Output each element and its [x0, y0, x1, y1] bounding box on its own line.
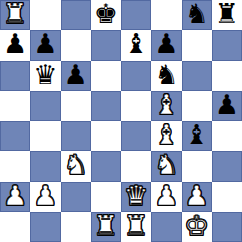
square-h3[interactable] [212, 151, 242, 181]
square-a8[interactable]: ♜ [0, 0, 30, 30]
white-knight-piece[interactable]: ♞ [64, 151, 88, 180]
square-g8[interactable]: ♞ [182, 0, 212, 30]
square-b4[interactable] [30, 121, 60, 151]
square-e8[interactable] [121, 0, 151, 30]
square-c7[interactable] [61, 30, 91, 60]
square-f6[interactable]: ♞ [151, 61, 181, 91]
square-d2[interactable] [91, 182, 121, 212]
square-h2[interactable] [212, 182, 242, 212]
white-pawn-piece[interactable]: ♟ [33, 182, 57, 211]
square-b7[interactable]: ♟ [30, 30, 60, 60]
square-f4[interactable]: ♝ [151, 121, 181, 151]
white-pawn-piece[interactable]: ♟ [3, 182, 27, 211]
square-f1[interactable] [151, 212, 181, 242]
white-bishop-piece[interactable]: ♝ [154, 121, 178, 150]
square-f7[interactable]: ♟ [151, 30, 181, 60]
square-a6[interactable] [0, 61, 30, 91]
square-e1[interactable]: ♜ [121, 212, 151, 242]
white-king-piece[interactable]: ♚ [185, 212, 209, 241]
square-g2[interactable]: ♟ [182, 182, 212, 212]
white-pawn-piece[interactable]: ♟ [154, 182, 178, 211]
white-rook-piece[interactable]: ♜ [3, 0, 27, 29]
square-c2[interactable] [61, 182, 91, 212]
square-h6[interactable] [212, 61, 242, 91]
square-c5[interactable] [61, 91, 91, 121]
square-e4[interactable] [121, 121, 151, 151]
square-a5[interactable] [0, 91, 30, 121]
white-queen-piece[interactable]: ♛ [124, 182, 148, 211]
black-pawn-piece[interactable]: ♟ [64, 61, 88, 90]
square-g4[interactable]: ♝ [182, 121, 212, 151]
square-b1[interactable] [30, 212, 60, 242]
black-queen-piece[interactable]: ♛ [33, 61, 57, 90]
square-c1[interactable] [61, 212, 91, 242]
black-knight-piece[interactable]: ♞ [185, 0, 209, 29]
square-b3[interactable] [30, 151, 60, 181]
square-d5[interactable] [91, 91, 121, 121]
square-d6[interactable] [91, 61, 121, 91]
square-h4[interactable] [212, 121, 242, 151]
square-g7[interactable] [182, 30, 212, 60]
square-d8[interactable]: ♚ [91, 0, 121, 30]
square-a4[interactable] [0, 121, 30, 151]
square-c4[interactable] [61, 121, 91, 151]
square-d3[interactable] [91, 151, 121, 181]
square-b2[interactable]: ♟ [30, 182, 60, 212]
square-g1[interactable]: ♚ [182, 212, 212, 242]
white-bishop-piece[interactable]: ♝ [154, 91, 178, 120]
square-d4[interactable] [91, 121, 121, 151]
square-g3[interactable] [182, 151, 212, 181]
white-rook-piece[interactable]: ♜ [124, 212, 148, 241]
square-d7[interactable] [91, 30, 121, 60]
square-b6[interactable]: ♛ [30, 61, 60, 91]
square-c6[interactable]: ♟ [61, 61, 91, 91]
square-h8[interactable]: ♜ [212, 0, 242, 30]
white-rook-piece[interactable]: ♜ [94, 212, 118, 241]
square-a1[interactable] [0, 212, 30, 242]
square-c8[interactable] [61, 0, 91, 30]
square-d1[interactable]: ♜ [91, 212, 121, 242]
black-knight-piece[interactable]: ♞ [154, 61, 178, 90]
square-e6[interactable] [121, 61, 151, 91]
square-e5[interactable] [121, 91, 151, 121]
black-pawn-piece[interactable]: ♟ [3, 30, 27, 59]
white-knight-piece[interactable]: ♞ [154, 151, 178, 180]
black-bishop-piece[interactable]: ♝ [185, 121, 209, 150]
square-h7[interactable] [212, 30, 242, 60]
square-g5[interactable] [182, 91, 212, 121]
white-pawn-piece[interactable]: ♟ [185, 182, 209, 211]
square-a3[interactable] [0, 151, 30, 181]
square-f2[interactable]: ♟ [151, 182, 181, 212]
square-b5[interactable] [30, 91, 60, 121]
black-pawn-piece[interactable]: ♟ [215, 91, 239, 120]
square-e7[interactable]: ♝ [121, 30, 151, 60]
chess-board: ♜♚♞♜♟♟♝♟♛♟♞♝♟♝♝♞♞♟♟♛♟♟♜♜♚ [0, 0, 242, 242]
square-c3[interactable]: ♞ [61, 151, 91, 181]
square-h5[interactable]: ♟ [212, 91, 242, 121]
square-b8[interactable] [30, 0, 60, 30]
black-king-piece[interactable]: ♚ [94, 0, 118, 29]
black-pawn-piece[interactable]: ♟ [33, 30, 57, 59]
black-pawn-piece[interactable]: ♟ [154, 30, 178, 59]
square-a2[interactable]: ♟ [0, 182, 30, 212]
square-f5[interactable]: ♝ [151, 91, 181, 121]
square-f8[interactable] [151, 0, 181, 30]
square-h1[interactable] [212, 212, 242, 242]
square-e2[interactable]: ♛ [121, 182, 151, 212]
black-bishop-piece[interactable]: ♝ [124, 30, 148, 59]
square-g6[interactable] [182, 61, 212, 91]
square-f3[interactable]: ♞ [151, 151, 181, 181]
black-rook-piece[interactable]: ♜ [215, 0, 239, 29]
square-e3[interactable] [121, 151, 151, 181]
square-a7[interactable]: ♟ [0, 30, 30, 60]
